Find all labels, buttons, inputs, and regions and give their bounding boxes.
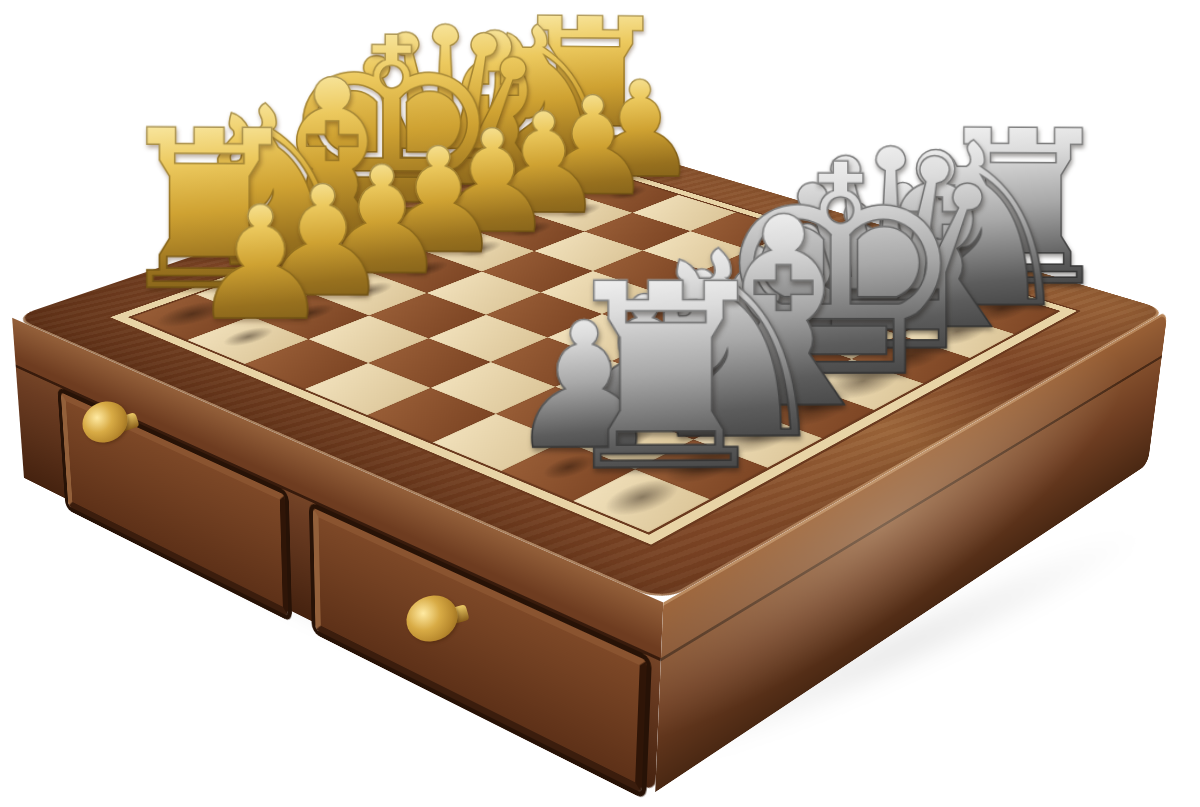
white-pawn-glyph: ♟ bbox=[81, 185, 438, 342]
drawer-knob-front[interactable] bbox=[406, 590, 472, 648]
drawer-knob-left[interactable] bbox=[82, 398, 142, 450]
knob-disc bbox=[76, 394, 134, 449]
chess-case: ♜♞♟♝♟♛♟♚♟♝♟♞♟♟♜♟♟♜♟♟♞♟♝♟♛♟♚♟♝♟♞♜ bbox=[12, 130, 1168, 602]
chess-set-3d-scene: ♜♞♟♝♟♛♟♚♟♝♟♞♟♟♜♟♟♜♟♟♞♟♝♟♛♟♚♟♝♟♞♜ bbox=[0, 0, 1200, 807]
product-photo-scene: ♜♞♟♝♟♛♟♚♟♝♟♞♟♟♜♟♟♜♟♟♞♟♝♟♛♟♚♟♝♟♞♜ bbox=[0, 0, 1200, 807]
knob-disc bbox=[399, 588, 464, 649]
square-h3[interactable] bbox=[245, 339, 369, 389]
black-rook-glyph: ♜ bbox=[462, 250, 866, 508]
